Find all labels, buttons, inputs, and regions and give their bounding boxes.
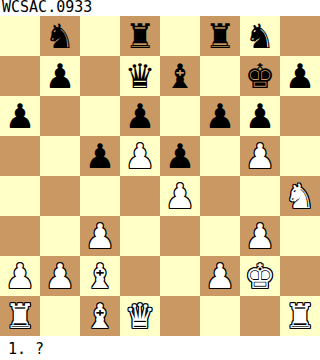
square-c8[interactable]	[80, 16, 120, 56]
square-d5[interactable]: ♟	[120, 136, 160, 176]
square-e7[interactable]: ♝	[160, 56, 200, 96]
black-pawn: ♟	[85, 136, 115, 176]
white-pawn: ♟	[45, 256, 75, 296]
square-b8[interactable]: ♞	[40, 16, 80, 56]
black-pawn: ♟	[285, 56, 315, 96]
square-f8[interactable]: ♜	[200, 16, 240, 56]
square-d7[interactable]: ♛	[120, 56, 160, 96]
black-pawn: ♟	[165, 136, 195, 176]
square-b6[interactable]	[40, 96, 80, 136]
square-f2[interactable]: ♟	[200, 256, 240, 296]
square-c1[interactable]: ♝	[80, 296, 120, 336]
black-bishop: ♝	[165, 56, 195, 96]
white-rook: ♜	[285, 296, 315, 336]
square-h2[interactable]	[280, 256, 320, 296]
square-g5[interactable]: ♟	[240, 136, 280, 176]
square-g4[interactable]	[240, 176, 280, 216]
square-a1[interactable]: ♜	[0, 296, 40, 336]
white-pawn: ♟	[165, 176, 195, 216]
square-g7[interactable]: ♚	[240, 56, 280, 96]
square-a5[interactable]	[0, 136, 40, 176]
square-e5[interactable]: ♟	[160, 136, 200, 176]
black-knight: ♞	[245, 16, 275, 56]
square-f1[interactable]	[200, 296, 240, 336]
square-a7[interactable]	[0, 56, 40, 96]
white-pawn: ♟	[245, 136, 275, 176]
square-h3[interactable]	[280, 216, 320, 256]
square-c2[interactable]: ♝	[80, 256, 120, 296]
square-c7[interactable]	[80, 56, 120, 96]
black-rook: ♜	[125, 16, 155, 56]
square-e1[interactable]	[160, 296, 200, 336]
white-pawn: ♟	[85, 216, 115, 256]
square-a2[interactable]: ♟	[0, 256, 40, 296]
square-d1[interactable]: ♛	[120, 296, 160, 336]
square-f7[interactable]	[200, 56, 240, 96]
square-d8[interactable]: ♜	[120, 16, 160, 56]
black-queen: ♛	[125, 56, 155, 96]
square-f3[interactable]	[200, 216, 240, 256]
square-d6[interactable]: ♟	[120, 96, 160, 136]
square-g1[interactable]	[240, 296, 280, 336]
black-king: ♚	[245, 56, 275, 96]
white-king: ♚	[245, 256, 275, 296]
square-e3[interactable]	[160, 216, 200, 256]
white-pawn: ♟	[125, 136, 155, 176]
square-b5[interactable]	[40, 136, 80, 176]
square-h4[interactable]: ♞	[280, 176, 320, 216]
square-h5[interactable]	[280, 136, 320, 176]
white-bishop: ♝	[85, 256, 115, 296]
square-h6[interactable]	[280, 96, 320, 136]
square-d2[interactable]	[120, 256, 160, 296]
square-a8[interactable]	[0, 16, 40, 56]
black-pawn: ♟	[245, 96, 275, 136]
chess-board: ♞♜♜♞♟♛♝♚♟♟♟♟♟♟♟♟♟♟♞♟♟♟♟♝♟♚♜♝♛♜	[0, 16, 320, 336]
square-d3[interactable]	[120, 216, 160, 256]
white-pawn: ♟	[205, 256, 235, 296]
square-f6[interactable]: ♟	[200, 96, 240, 136]
square-e8[interactable]	[160, 16, 200, 56]
white-queen: ♛	[125, 296, 155, 336]
square-f4[interactable]	[200, 176, 240, 216]
black-knight: ♞	[45, 16, 75, 56]
square-g3[interactable]: ♟	[240, 216, 280, 256]
white-bishop: ♝	[85, 296, 115, 336]
square-h1[interactable]: ♜	[280, 296, 320, 336]
square-g6[interactable]: ♟	[240, 96, 280, 136]
square-b7[interactable]: ♟	[40, 56, 80, 96]
square-b4[interactable]	[40, 176, 80, 216]
square-h7[interactable]: ♟	[280, 56, 320, 96]
square-a6[interactable]: ♟	[0, 96, 40, 136]
square-f5[interactable]	[200, 136, 240, 176]
move-prompt: 1. ?	[0, 336, 320, 360]
square-g2[interactable]: ♚	[240, 256, 280, 296]
square-c4[interactable]	[80, 176, 120, 216]
square-g8[interactable]: ♞	[240, 16, 280, 56]
white-pawn: ♟	[5, 256, 35, 296]
puzzle-title: WCSAC.0933	[0, 0, 320, 16]
black-rook: ♜	[205, 16, 235, 56]
black-pawn: ♟	[45, 56, 75, 96]
square-b2[interactable]: ♟	[40, 256, 80, 296]
square-e2[interactable]	[160, 256, 200, 296]
square-c5[interactable]: ♟	[80, 136, 120, 176]
square-b1[interactable]	[40, 296, 80, 336]
square-a3[interactable]	[0, 216, 40, 256]
square-d4[interactable]	[120, 176, 160, 216]
black-pawn: ♟	[205, 96, 235, 136]
black-pawn: ♟	[125, 96, 155, 136]
square-b3[interactable]	[40, 216, 80, 256]
white-rook: ♜	[5, 296, 35, 336]
square-c3[interactable]: ♟	[80, 216, 120, 256]
square-a4[interactable]	[0, 176, 40, 216]
black-pawn: ♟	[5, 96, 35, 136]
square-e6[interactable]	[160, 96, 200, 136]
white-knight: ♞	[285, 176, 315, 216]
square-e4[interactable]: ♟	[160, 176, 200, 216]
square-c6[interactable]	[80, 96, 120, 136]
square-h8[interactable]	[280, 16, 320, 56]
white-pawn: ♟	[245, 216, 275, 256]
